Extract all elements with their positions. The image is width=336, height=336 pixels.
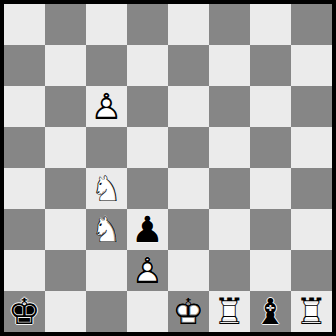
square-b6[interactable]	[45, 86, 86, 127]
square-c1[interactable]	[86, 291, 127, 332]
square-e2[interactable]	[168, 250, 209, 291]
square-c8[interactable]	[86, 4, 127, 45]
square-c6[interactable]: ♟♙	[86, 86, 127, 127]
square-h8[interactable]	[291, 4, 332, 45]
square-f5[interactable]	[209, 127, 250, 168]
square-d4[interactable]	[127, 168, 168, 209]
piece-white-king[interactable]: ♚♔	[168, 291, 209, 332]
square-d5[interactable]	[127, 127, 168, 168]
square-a4[interactable]	[4, 168, 45, 209]
piece-white-rook[interactable]: ♜♖	[291, 291, 332, 332]
pawn-icon: ♟	[127, 209, 168, 250]
square-h7[interactable]	[291, 45, 332, 86]
square-c7[interactable]	[86, 45, 127, 86]
knight-icon: ♘	[86, 209, 127, 250]
square-f6[interactable]	[209, 86, 250, 127]
square-h5[interactable]	[291, 127, 332, 168]
square-g4[interactable]	[250, 168, 291, 209]
square-e3[interactable]	[168, 209, 209, 250]
square-b8[interactable]	[45, 4, 86, 45]
piece-white-knight[interactable]: ♞♘	[86, 168, 127, 209]
rook-icon: ♖	[291, 291, 332, 332]
chess-diagram: ♟♙♞♘♞♘♟♟♙♚♚♔♜♖♝♜♖	[0, 0, 336, 336]
square-e8[interactable]	[168, 4, 209, 45]
square-e5[interactable]	[168, 127, 209, 168]
square-g3[interactable]	[250, 209, 291, 250]
square-b1[interactable]	[45, 291, 86, 332]
piece-white-rook[interactable]: ♜♖	[209, 291, 250, 332]
square-a3[interactable]	[4, 209, 45, 250]
square-g2[interactable]	[250, 250, 291, 291]
square-a5[interactable]	[4, 127, 45, 168]
square-b7[interactable]	[45, 45, 86, 86]
square-a8[interactable]	[4, 4, 45, 45]
square-e4[interactable]	[168, 168, 209, 209]
square-c5[interactable]	[86, 127, 127, 168]
square-a7[interactable]	[4, 45, 45, 86]
square-d1[interactable]	[127, 291, 168, 332]
piece-black-pawn[interactable]: ♟	[127, 209, 168, 250]
square-b3[interactable]	[45, 209, 86, 250]
square-a2[interactable]	[4, 250, 45, 291]
piece-black-king[interactable]: ♚	[4, 291, 45, 332]
square-e1[interactable]: ♚♔	[168, 291, 209, 332]
square-c4[interactable]: ♞♘	[86, 168, 127, 209]
knight-icon: ♘	[86, 168, 127, 209]
piece-white-pawn[interactable]: ♟♙	[127, 250, 168, 291]
square-b2[interactable]	[45, 250, 86, 291]
square-h2[interactable]	[291, 250, 332, 291]
square-f1[interactable]: ♜♖	[209, 291, 250, 332]
square-f3[interactable]	[209, 209, 250, 250]
square-g1[interactable]: ♝	[250, 291, 291, 332]
square-e7[interactable]	[168, 45, 209, 86]
square-d6[interactable]	[127, 86, 168, 127]
square-d2[interactable]: ♟♙	[127, 250, 168, 291]
square-d8[interactable]	[127, 4, 168, 45]
square-c3[interactable]: ♞♘	[86, 209, 127, 250]
square-b5[interactable]	[45, 127, 86, 168]
square-d3[interactable]: ♟	[127, 209, 168, 250]
piece-black-bishop[interactable]: ♝	[250, 291, 291, 332]
rook-icon: ♖	[209, 291, 250, 332]
piece-white-knight[interactable]: ♞♘	[86, 209, 127, 250]
square-f8[interactable]	[209, 4, 250, 45]
square-f2[interactable]	[209, 250, 250, 291]
square-b4[interactable]	[45, 168, 86, 209]
piece-white-pawn[interactable]: ♟♙	[86, 86, 127, 127]
square-g8[interactable]	[250, 4, 291, 45]
square-f7[interactable]	[209, 45, 250, 86]
square-h3[interactable]	[291, 209, 332, 250]
square-h6[interactable]	[291, 86, 332, 127]
square-c2[interactable]	[86, 250, 127, 291]
square-g6[interactable]	[250, 86, 291, 127]
square-g7[interactable]	[250, 45, 291, 86]
square-g5[interactable]	[250, 127, 291, 168]
square-a1[interactable]: ♚	[4, 291, 45, 332]
square-h1[interactable]: ♜♖	[291, 291, 332, 332]
chess-board: ♟♙♞♘♞♘♟♟♙♚♚♔♜♖♝♜♖	[0, 0, 336, 336]
king-icon: ♔	[168, 291, 209, 332]
bishop-icon: ♝	[250, 291, 291, 332]
square-e6[interactable]	[168, 86, 209, 127]
square-f4[interactable]	[209, 168, 250, 209]
square-a6[interactable]	[4, 86, 45, 127]
square-d7[interactable]	[127, 45, 168, 86]
king-icon: ♚	[4, 291, 45, 332]
square-h4[interactable]	[291, 168, 332, 209]
pawn-icon: ♙	[127, 250, 168, 291]
pawn-icon: ♙	[86, 86, 127, 127]
